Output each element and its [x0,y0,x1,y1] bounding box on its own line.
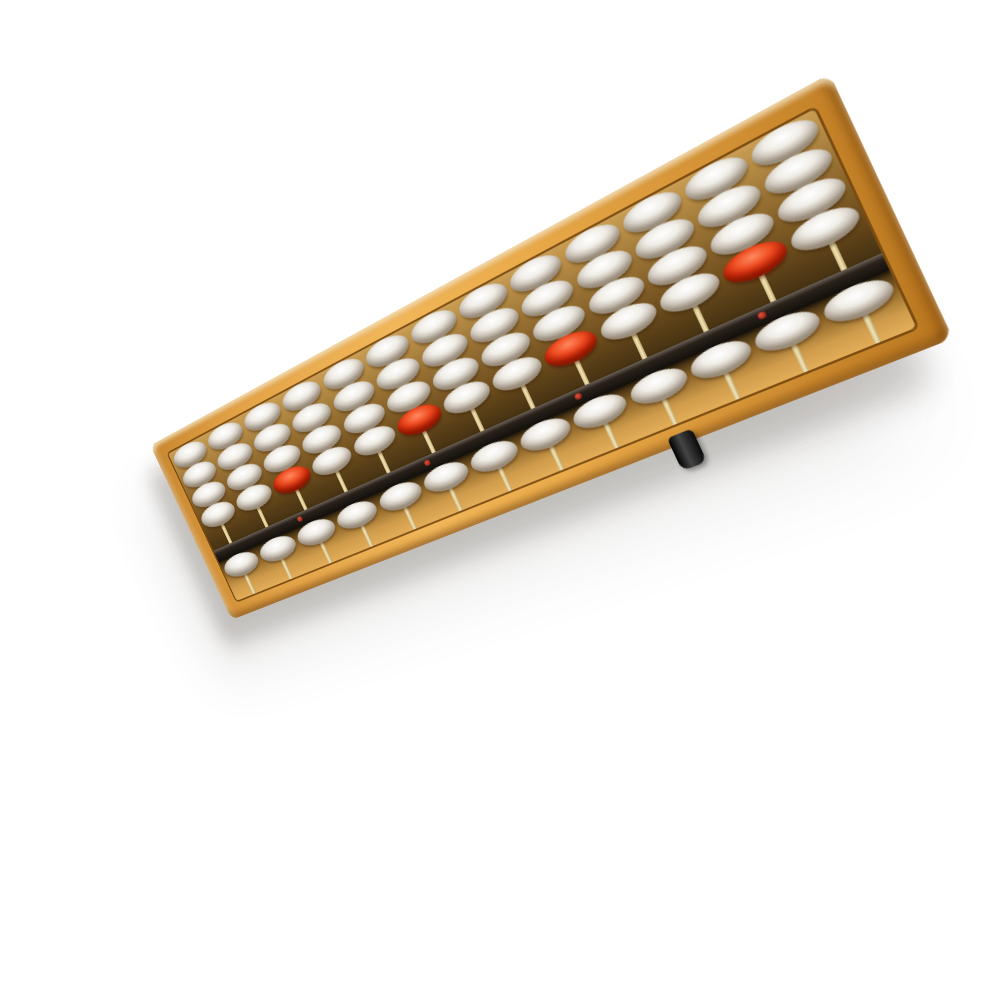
abacus-tilt-wrapper [53,127,885,680]
reset-knob[interactable] [667,429,707,471]
photo-background [0,0,1000,1000]
abacus-board [150,74,953,620]
abacus-perspective-wrapper [53,127,885,680]
bead-well [168,109,916,601]
